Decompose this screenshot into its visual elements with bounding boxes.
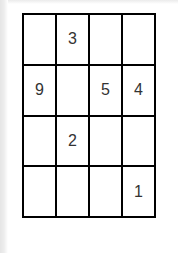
- grid-cell-r2c3[interactable]: 5: [90, 66, 121, 115]
- grid-cell-r2c1[interactable]: 9: [24, 66, 55, 115]
- grid-cell-r1c4[interactable]: [123, 15, 154, 64]
- grid-cell-r3c4[interactable]: [123, 117, 154, 166]
- grid-cell-r3c3[interactable]: [90, 117, 121, 166]
- grid-cell-r4c1[interactable]: [24, 167, 55, 216]
- grid-cell-r3c2[interactable]: 2: [57, 117, 88, 166]
- grid-cell-r1c1[interactable]: [24, 15, 55, 64]
- grid-cell-r2c4[interactable]: 4: [123, 66, 154, 115]
- grid-cell-r4c4[interactable]: 1: [123, 167, 154, 216]
- grid-cell-r2c2[interactable]: [57, 66, 88, 115]
- page-left-edge: [0, 0, 8, 253]
- grid-cell-r3c1[interactable]: [24, 117, 55, 166]
- page: 3 9 5 4 2 1: [0, 0, 178, 253]
- grid-cell-r4c2[interactable]: [57, 167, 88, 216]
- puzzle-grid: 3 9 5 4 2 1: [22, 13, 156, 218]
- grid-cell-r4c3[interactable]: [90, 167, 121, 216]
- grid-cell-r1c3[interactable]: [90, 15, 121, 64]
- grid-cell-r1c2[interactable]: 3: [57, 15, 88, 64]
- page-top-edge: [0, 0, 178, 4]
